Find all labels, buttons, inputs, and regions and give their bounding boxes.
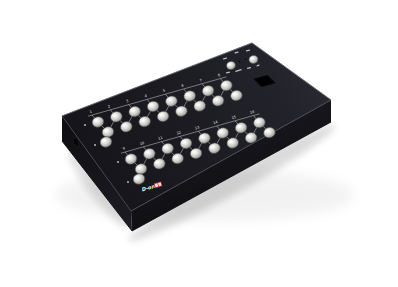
panel-dot [84,124,86,126]
device-illustration: D-one 12345678910111213141516 [0,0,398,287]
panel-dot [94,144,96,146]
led-indicator [244,58,246,60]
panel-dot [117,161,119,163]
panel-dot [127,181,129,183]
product-photo-stage: D-one 12345678910111213141516 [0,0,398,287]
led-indicator [238,60,240,62]
